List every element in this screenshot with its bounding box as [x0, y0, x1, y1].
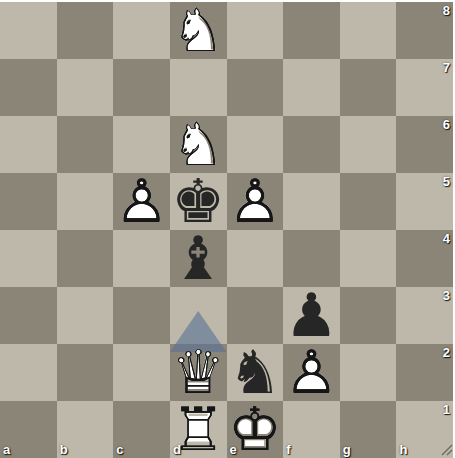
square-d4[interactable]: ♝: [170, 230, 227, 287]
file-label-d: d: [173, 443, 181, 456]
square-f5[interactable]: [283, 173, 340, 230]
piece-white-pawn-c5[interactable]: ♟♙: [113, 173, 170, 230]
rank-label-7: 7: [443, 61, 450, 74]
rank-label-3: 3: [443, 289, 450, 302]
file-label-g: g: [343, 443, 351, 456]
square-h7[interactable]: 7: [396, 59, 453, 116]
piece-white-pawn-f2[interactable]: ♟♙: [283, 344, 340, 401]
square-a5[interactable]: [0, 173, 57, 230]
file-label-f: f: [286, 443, 290, 456]
square-h8[interactable]: 8: [396, 2, 453, 59]
square-b1[interactable]: b: [57, 401, 114, 458]
square-c7[interactable]: [113, 59, 170, 116]
square-b4[interactable]: [57, 230, 114, 287]
white-knight-glyph: ♘: [171, 113, 225, 173]
square-h6[interactable]: 6: [396, 116, 453, 173]
piece-white-pawn-e5[interactable]: ♟♙: [227, 173, 284, 230]
rank-label-2: 2: [443, 346, 450, 359]
square-c2[interactable]: [113, 344, 170, 401]
square-c4[interactable]: [113, 230, 170, 287]
square-e4[interactable]: [227, 230, 284, 287]
rank-label-5: 5: [443, 175, 450, 188]
square-a3[interactable]: [0, 287, 57, 344]
square-c5[interactable]: ♟♙: [113, 173, 170, 230]
square-g5[interactable]: [340, 173, 397, 230]
chess-board[interactable]: ♞♘87♞♘6♟♙♚♟♙5♝4♟3♛♕♞♟♙2abcd♜♖e♚♔fg1h: [0, 2, 453, 458]
black-bishop-glyph: ♝: [171, 227, 225, 287]
square-b8[interactable]: [57, 2, 114, 59]
file-label-a: a: [3, 443, 10, 456]
rank-label-1: 1: [443, 403, 450, 416]
square-g6[interactable]: [340, 116, 397, 173]
square-e1[interactable]: e♚♔: [227, 401, 284, 458]
square-d8[interactable]: ♞♘: [170, 2, 227, 59]
black-knight-glyph: ♞: [228, 341, 282, 401]
rank-label-6: 6: [443, 118, 450, 131]
piece-white-knight-d8[interactable]: ♞♘: [170, 2, 227, 59]
square-g7[interactable]: [340, 59, 397, 116]
square-c3[interactable]: [113, 287, 170, 344]
square-a8[interactable]: [0, 2, 57, 59]
square-f2[interactable]: ♟♙: [283, 344, 340, 401]
square-g4[interactable]: [340, 230, 397, 287]
rank-label-8: 8: [443, 4, 450, 17]
square-b2[interactable]: [57, 344, 114, 401]
file-label-e: e: [230, 443, 237, 456]
page: ♞♘87♞♘6♟♙♚♟♙5♝4♟3♛♕♞♟♙2abcd♜♖e♚♔fg1h: [0, 0, 455, 458]
square-a1[interactable]: a: [0, 401, 57, 458]
square-f7[interactable]: [283, 59, 340, 116]
square-g3[interactable]: [340, 287, 397, 344]
black-pawn-glyph: ♟: [285, 284, 339, 344]
white-pawn-glyph: ♙: [285, 341, 339, 401]
square-b7[interactable]: [57, 59, 114, 116]
square-e5[interactable]: ♟♙: [227, 173, 284, 230]
square-h2[interactable]: 2: [396, 344, 453, 401]
square-d1[interactable]: d♜♖: [170, 401, 227, 458]
square-c1[interactable]: c: [113, 401, 170, 458]
file-label-h: h: [399, 443, 407, 456]
square-a4[interactable]: [0, 230, 57, 287]
square-g2[interactable]: [340, 344, 397, 401]
file-label-c: c: [116, 443, 123, 456]
square-f1[interactable]: f: [283, 401, 340, 458]
square-b3[interactable]: [57, 287, 114, 344]
square-b5[interactable]: [57, 173, 114, 230]
square-e8[interactable]: [227, 2, 284, 59]
white-pawn-glyph: ♙: [115, 170, 169, 230]
square-g8[interactable]: [340, 2, 397, 59]
square-a6[interactable]: [0, 116, 57, 173]
rank-label-4: 4: [443, 232, 450, 245]
square-a2[interactable]: [0, 344, 57, 401]
square-f6[interactable]: [283, 116, 340, 173]
white-queen-glyph: ♕: [171, 341, 225, 401]
square-a7[interactable]: [0, 59, 57, 116]
white-pawn-glyph: ♙: [228, 170, 282, 230]
black-king-glyph: ♚: [171, 170, 225, 230]
file-label-b: b: [60, 443, 68, 456]
board-resize-handle[interactable]: [439, 442, 453, 456]
square-c8[interactable]: [113, 2, 170, 59]
square-e7[interactable]: [227, 59, 284, 116]
square-h4[interactable]: 4: [396, 230, 453, 287]
square-b6[interactable]: [57, 116, 114, 173]
piece-black-bishop-d4[interactable]: ♝: [170, 230, 227, 287]
square-h3[interactable]: 3: [396, 287, 453, 344]
square-g1[interactable]: g: [340, 401, 397, 458]
white-knight-glyph: ♘: [171, 0, 225, 59]
square-h5[interactable]: 5: [396, 173, 453, 230]
square-f8[interactable]: [283, 2, 340, 59]
